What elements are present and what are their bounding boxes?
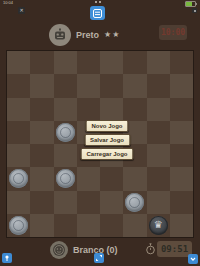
board-square-r1c2[interactable] (54, 74, 77, 97)
marker-pin-icon[interactable] (2, 253, 12, 263)
king-crown-icon: ♛ (154, 220, 163, 230)
board-square-r2c1[interactable] (30, 98, 53, 121)
difficulty-stars: ★★ (104, 30, 120, 39)
board-square-r1c7[interactable] (170, 74, 193, 97)
white-piece[interactable] (125, 193, 144, 212)
marker-chevron-icon[interactable] (188, 254, 198, 264)
opponent-name: Preto (76, 30, 99, 40)
board-square-r5c6[interactable] (147, 167, 170, 190)
board-square-r7c0[interactable] (7, 214, 30, 237)
board-square-r2c2[interactable] (54, 98, 77, 121)
battery-icon (185, 1, 196, 7)
board-square-r4c0[interactable] (7, 144, 30, 167)
settings-dot-icon[interactable] (192, 8, 197, 13)
marker-expand-icon[interactable] (94, 253, 104, 263)
robot-icon (53, 28, 67, 42)
board-square-r6c7[interactable] (170, 191, 193, 214)
board-square-r5c5[interactable] (123, 167, 146, 190)
stopwatch-icon[interactable] (145, 243, 156, 255)
game-menu-button[interactable] (90, 6, 105, 20)
board-square-r3c1[interactable] (30, 121, 53, 144)
board-square-r0c5[interactable] (123, 51, 146, 74)
board-square-r4c7[interactable] (170, 144, 193, 167)
close-icon[interactable]: ✕ (18, 7, 25, 14)
board-square-r5c1[interactable] (30, 167, 53, 190)
board-square-r1c1[interactable] (30, 74, 53, 97)
board-square-r7c6[interactable]: ♛ (147, 214, 170, 237)
board-square-r6c0[interactable] (7, 191, 30, 214)
black-king-piece[interactable]: ♛ (149, 216, 168, 235)
board-square-r2c7[interactable] (170, 98, 193, 121)
board-square-r1c4[interactable] (100, 74, 123, 97)
board-square-r1c6[interactable] (147, 74, 170, 97)
board-square-r6c3[interactable] (77, 191, 100, 214)
board-square-r7c3[interactable] (77, 214, 100, 237)
board-square-r0c1[interactable] (30, 51, 53, 74)
save-game-button[interactable]: Salvar Jogo (84, 134, 130, 146)
board-square-r7c5[interactable] (123, 214, 146, 237)
load-game-button[interactable]: Carregar Jogo (80, 148, 133, 160)
status-time: 10:04 (3, 0, 13, 5)
white-piece[interactable] (56, 169, 75, 188)
board-square-r0c4[interactable] (100, 51, 123, 74)
board-square-r1c5[interactable] (123, 74, 146, 97)
board-square-r4c1[interactable] (30, 144, 53, 167)
opponent-clock: 10:00 (159, 25, 187, 40)
board-square-r1c3[interactable] (77, 74, 100, 97)
white-piece[interactable] (56, 123, 75, 142)
board-square-r6c4[interactable] (100, 191, 123, 214)
board-square-r3c2[interactable] (54, 121, 77, 144)
opponent-avatar (49, 24, 71, 46)
board-square-r4c6[interactable] (147, 144, 170, 167)
board-square-r0c2[interactable] (54, 51, 77, 74)
board-square-r1c0[interactable] (7, 74, 30, 97)
player-clock: 09:51 (157, 241, 192, 257)
game-menu-popup: Novo Jogo Salvar Jogo Carregar Jogo (80, 120, 133, 160)
checkers-app: 10:04 ✕ Preto ★★ 10:00 ♛ Novo Jogo Salva… (0, 0, 200, 266)
board-square-r0c0[interactable] (7, 51, 30, 74)
board-square-r3c0[interactable] (7, 121, 30, 144)
board-square-r6c6[interactable] (147, 191, 170, 214)
list-icon (93, 9, 102, 18)
board-square-r5c3[interactable] (77, 167, 100, 190)
board-square-r7c7[interactable] (170, 214, 193, 237)
board-square-r5c4[interactable] (100, 167, 123, 190)
board-square-r7c2[interactable] (54, 214, 77, 237)
board-square-r2c6[interactable] (147, 98, 170, 121)
board-square-r6c5[interactable] (123, 191, 146, 214)
player-avatar (50, 241, 68, 259)
board-square-r3c7[interactable] (170, 121, 193, 144)
board-square-r6c2[interactable] (54, 191, 77, 214)
board-square-r0c3[interactable] (77, 51, 100, 74)
board-square-r2c4[interactable] (100, 98, 123, 121)
new-game-button[interactable]: Novo Jogo (85, 120, 128, 132)
board-square-r2c0[interactable] (7, 98, 30, 121)
board-square-r2c3[interactable] (77, 98, 100, 121)
board-square-r0c7[interactable] (170, 51, 193, 74)
board-square-r7c1[interactable] (30, 214, 53, 237)
board-square-r7c4[interactable] (100, 214, 123, 237)
board-square-r2c5[interactable] (123, 98, 146, 121)
board-square-r4c2[interactable] (54, 144, 77, 167)
board-square-r3c6[interactable] (147, 121, 170, 144)
board-square-r6c1[interactable] (30, 191, 53, 214)
board-square-r5c7[interactable] (170, 167, 193, 190)
board-square-r5c2[interactable] (54, 167, 77, 190)
badge-avatar-icon (52, 243, 66, 257)
board-square-r0c6[interactable] (147, 51, 170, 74)
status-icons (95, 1, 101, 3)
white-piece[interactable] (9, 216, 28, 235)
board-square-r5c0[interactable] (7, 167, 30, 190)
white-piece[interactable] (9, 169, 28, 188)
